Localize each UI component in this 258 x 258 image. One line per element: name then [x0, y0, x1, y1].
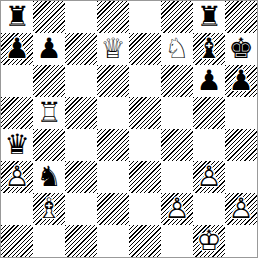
piece-black-rook[interactable]: ♜: [1, 1, 33, 33]
square-b2[interactable]: ♝♗: [33, 193, 65, 225]
piece-black-bishop[interactable]: ♝: [193, 33, 225, 65]
piece-black-king[interactable]: ♚: [225, 33, 257, 65]
square-c5[interactable]: [65, 97, 97, 129]
square-h6[interactable]: ♟: [225, 65, 257, 97]
square-b3[interactable]: ♞: [33, 161, 65, 193]
square-h1[interactable]: [225, 225, 257, 257]
square-e1[interactable]: [129, 225, 161, 257]
square-g1[interactable]: ♚♔: [193, 225, 225, 257]
square-g4[interactable]: [193, 129, 225, 161]
piece-glyph: ♚: [225, 33, 257, 65]
square-h4[interactable]: [225, 129, 257, 161]
square-e8[interactable]: [129, 1, 161, 33]
square-f2[interactable]: ♟♙: [161, 193, 193, 225]
piece-glyph: ♞: [33, 161, 65, 193]
square-f4[interactable]: [161, 129, 193, 161]
square-e7[interactable]: [129, 33, 161, 65]
square-f1[interactable]: [161, 225, 193, 257]
square-a5[interactable]: [1, 97, 33, 129]
square-h7[interactable]: ♚: [225, 33, 257, 65]
piece-glyph: ♙: [193, 161, 225, 193]
square-e6[interactable]: [129, 65, 161, 97]
piece-white-pawn[interactable]: ♟♙: [225, 193, 257, 225]
square-a1[interactable]: [1, 225, 33, 257]
square-d5[interactable]: [97, 97, 129, 129]
piece-white-pawn[interactable]: ♟♙: [1, 161, 33, 193]
square-g6[interactable]: ♟: [193, 65, 225, 97]
piece-white-bishop[interactable]: ♝♗: [33, 193, 65, 225]
square-g5[interactable]: [193, 97, 225, 129]
piece-glyph: ♗: [33, 193, 65, 225]
piece-black-knight[interactable]: ♞: [33, 161, 65, 193]
piece-glyph: ♟: [33, 33, 65, 65]
square-g8[interactable]: ♜: [193, 1, 225, 33]
square-b1[interactable]: [33, 225, 65, 257]
square-f8[interactable]: [161, 1, 193, 33]
piece-black-rook[interactable]: ♜: [193, 1, 225, 33]
chess-board-diagram: ♜♜♟♟♛♕♞♘♝♚♟♟♜♖♛♟♙♞♟♙♝♗♟♙♟♙♚♔: [0, 0, 258, 258]
piece-black-pawn[interactable]: ♟: [225, 65, 257, 97]
piece-glyph: ♔: [193, 225, 225, 257]
square-g2[interactable]: [193, 193, 225, 225]
square-a4[interactable]: ♛: [1, 129, 33, 161]
piece-black-pawn[interactable]: ♟: [33, 33, 65, 65]
square-e5[interactable]: [129, 97, 161, 129]
piece-black-pawn[interactable]: ♟: [1, 33, 33, 65]
square-g7[interactable]: ♝: [193, 33, 225, 65]
square-a2[interactable]: [1, 193, 33, 225]
piece-glyph: ♜: [1, 1, 33, 33]
piece-glyph: ♕: [97, 33, 129, 65]
piece-glyph: ♖: [33, 97, 65, 129]
piece-white-pawn[interactable]: ♟♙: [193, 161, 225, 193]
square-f7[interactable]: ♞♘: [161, 33, 193, 65]
square-b4[interactable]: [33, 129, 65, 161]
square-c3[interactable]: [65, 161, 97, 193]
square-a6[interactable]: [1, 65, 33, 97]
square-d7[interactable]: ♛♕: [97, 33, 129, 65]
square-d2[interactable]: [97, 193, 129, 225]
piece-glyph: ♜: [193, 1, 225, 33]
square-h8[interactable]: [225, 1, 257, 33]
square-c4[interactable]: [65, 129, 97, 161]
piece-black-queen[interactable]: ♛: [1, 129, 33, 161]
piece-glyph: ♟: [225, 65, 257, 97]
piece-glyph: ♟: [193, 65, 225, 97]
square-c2[interactable]: [65, 193, 97, 225]
square-h2[interactable]: ♟♙: [225, 193, 257, 225]
piece-glyph: ♙: [225, 193, 257, 225]
square-d8[interactable]: [97, 1, 129, 33]
square-a7[interactable]: ♟: [1, 33, 33, 65]
square-h5[interactable]: [225, 97, 257, 129]
piece-white-pawn[interactable]: ♟♙: [161, 193, 193, 225]
piece-glyph: ♛: [1, 129, 33, 161]
square-f5[interactable]: [161, 97, 193, 129]
square-d1[interactable]: [97, 225, 129, 257]
chess-board: ♜♜♟♟♛♕♞♘♝♚♟♟♜♖♛♟♙♞♟♙♝♗♟♙♟♙♚♔: [1, 1, 257, 257]
square-b5[interactable]: ♜♖: [33, 97, 65, 129]
piece-glyph: ♝: [193, 33, 225, 65]
square-f3[interactable]: [161, 161, 193, 193]
piece-glyph: ♙: [161, 193, 193, 225]
square-b8[interactable]: [33, 1, 65, 33]
square-c1[interactable]: [65, 225, 97, 257]
square-c7[interactable]: [65, 33, 97, 65]
square-a8[interactable]: ♜: [1, 1, 33, 33]
piece-white-knight[interactable]: ♞♘: [161, 33, 193, 65]
piece-white-queen[interactable]: ♛♕: [97, 33, 129, 65]
square-d6[interactable]: [97, 65, 129, 97]
square-b7[interactable]: ♟: [33, 33, 65, 65]
square-c6[interactable]: [65, 65, 97, 97]
square-c8[interactable]: [65, 1, 97, 33]
square-e3[interactable]: [129, 161, 161, 193]
square-e2[interactable]: [129, 193, 161, 225]
piece-glyph: ♟: [1, 33, 33, 65]
piece-black-pawn[interactable]: ♟: [193, 65, 225, 97]
piece-white-rook[interactable]: ♜♖: [33, 97, 65, 129]
piece-white-king[interactable]: ♚♔: [193, 225, 225, 257]
square-f6[interactable]: [161, 65, 193, 97]
square-g3[interactable]: ♟♙: [193, 161, 225, 193]
square-e4[interactable]: [129, 129, 161, 161]
square-d4[interactable]: [97, 129, 129, 161]
square-a3[interactable]: ♟♙: [1, 161, 33, 193]
piece-glyph: ♙: [1, 161, 33, 193]
piece-glyph: ♘: [161, 33, 193, 65]
square-b6[interactable]: [33, 65, 65, 97]
square-d3[interactable]: [97, 161, 129, 193]
square-h3[interactable]: [225, 161, 257, 193]
